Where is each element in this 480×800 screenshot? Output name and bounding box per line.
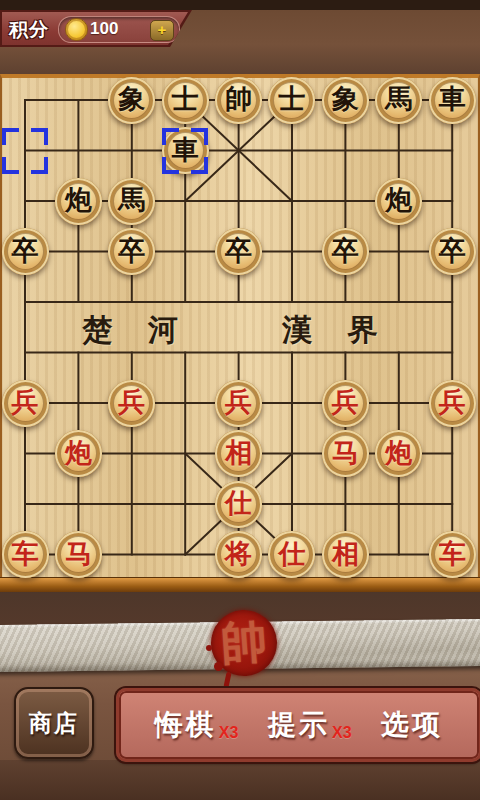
piece-glyph: 车 — [12, 536, 39, 572]
piece-black-車[interactable]: 車 — [429, 77, 476, 124]
piece-red-兵[interactable]: 兵 — [108, 380, 155, 427]
piece-glyph: 卒 — [332, 233, 359, 269]
seal-ink-drip — [214, 662, 223, 671]
score-panel: 100 + — [58, 16, 180, 43]
piece-glyph: 兵 — [332, 384, 359, 420]
piece-glyph: 仕 — [225, 485, 252, 521]
piece-red-相[interactable]: 相 — [215, 430, 262, 477]
wood-plank-bottom — [0, 760, 480, 800]
piece-glyph: 炮 — [65, 182, 92, 218]
score-value: 100 — [90, 19, 118, 39]
hint-label: 提示 — [268, 706, 330, 744]
piece-black-帥[interactable]: 帥 — [215, 77, 262, 124]
piece-glyph: 兵 — [439, 384, 466, 420]
piece-red-马[interactable]: 马 — [322, 430, 369, 477]
piece-black-馬[interactable]: 馬 — [108, 178, 155, 225]
piece-black-士[interactable]: 士 — [162, 77, 209, 124]
piece-glyph: 馬 — [118, 182, 145, 218]
board-bottom-ledge — [0, 577, 480, 592]
piece-glyph: 象 — [118, 81, 145, 117]
piece-black-馬[interactable]: 馬 — [375, 77, 422, 124]
piece-glyph: 卒 — [118, 233, 145, 269]
piece-black-卒[interactable]: 卒 — [429, 228, 476, 275]
piece-glyph: 帥 — [225, 81, 252, 117]
piece-black-炮[interactable]: 炮 — [375, 178, 422, 225]
hint-count-badge: X3 — [332, 724, 352, 742]
piece-black-卒[interactable]: 卒 — [322, 228, 369, 275]
piece-glyph: 士 — [278, 81, 305, 117]
piece-red-兵[interactable]: 兵 — [2, 380, 49, 427]
shop-button-label: 商店 — [29, 708, 79, 739]
piece-glyph: 将 — [225, 536, 252, 572]
piece-glyph: 馬 — [385, 81, 412, 117]
score-label: 积分 — [9, 17, 49, 43]
piece-glyph: 卒 — [12, 233, 39, 269]
piece-black-卒[interactable]: 卒 — [2, 228, 49, 275]
piece-glyph: 车 — [439, 536, 466, 572]
piece-layer: 象士帥士象馬車車炮馬炮卒卒卒卒卒兵兵兵兵兵炮相马炮仕车马将仕相车 — [0, 75, 479, 580]
piece-red-仕[interactable]: 仕 — [215, 481, 262, 528]
shop-button[interactable]: 商店 — [14, 687, 94, 759]
piece-glyph: 兵 — [225, 384, 252, 420]
piece-glyph: 仕 — [278, 536, 305, 572]
piece-glyph: 马 — [332, 435, 359, 471]
piece-glyph: 車 — [439, 81, 466, 117]
piece-glyph: 卒 — [225, 233, 252, 269]
piece-glyph: 象 — [332, 81, 359, 117]
piece-red-车[interactable]: 车 — [429, 531, 476, 578]
score-banner: 积分 100 + — [0, 10, 192, 47]
action-menu: 悔棋 X3 提示 X3 选项 — [116, 688, 480, 762]
piece-glyph: 兵 — [12, 384, 39, 420]
piece-glyph: 兵 — [118, 384, 145, 420]
piece-black-卒[interactable]: 卒 — [215, 228, 262, 275]
piece-black-象[interactable]: 象 — [322, 77, 369, 124]
undo-count-badge: X3 — [219, 724, 239, 742]
xiangqi-board[interactable]: 楚 河 漢 界 象士帥士象馬車車炮馬炮卒卒卒卒卒兵兵兵兵兵炮相马炮仕车马将仕相车 — [0, 74, 480, 592]
piece-glyph: 士 — [172, 81, 199, 117]
options-label: 选项 — [381, 706, 443, 744]
piece-glyph: 卒 — [439, 233, 466, 269]
piece-glyph: 相 — [225, 435, 252, 471]
piece-red-仕[interactable]: 仕 — [268, 531, 315, 578]
piece-red-兵[interactable]: 兵 — [322, 380, 369, 427]
gold-coin-icon — [65, 18, 88, 41]
hint-button[interactable]: 提示 X3 — [268, 706, 352, 744]
add-coins-button[interactable]: + — [150, 20, 174, 41]
piece-red-兵[interactable]: 兵 — [215, 380, 262, 427]
seal-character: 帥 — [219, 610, 269, 675]
piece-glyph: 马 — [65, 536, 92, 572]
piece-black-士[interactable]: 士 — [268, 77, 315, 124]
piece-red-炮[interactable]: 炮 — [55, 430, 102, 477]
piece-red-将[interactable]: 将 — [215, 531, 262, 578]
piece-red-相[interactable]: 相 — [322, 531, 369, 578]
piece-black-炮[interactable]: 炮 — [55, 178, 102, 225]
piece-red-炮[interactable]: 炮 — [375, 430, 422, 477]
piece-black-卒[interactable]: 卒 — [108, 228, 155, 275]
piece-glyph: 炮 — [385, 435, 412, 471]
undo-button[interactable]: 悔棋 X3 — [155, 706, 239, 744]
piece-red-车[interactable]: 车 — [2, 531, 49, 578]
seal-ink-drip — [206, 645, 212, 651]
piece-glyph: 炮 — [65, 435, 92, 471]
piece-red-马[interactable]: 马 — [55, 531, 102, 578]
game-screen: 帥 楚 河 漢 界 象士帥士象馬車車炮馬炮卒卒卒卒卒兵兵兵兵兵炮相马炮仕车马将仕… — [0, 0, 480, 800]
piece-glyph: 車 — [172, 132, 199, 168]
piece-red-兵[interactable]: 兵 — [429, 380, 476, 427]
piece-black-車[interactable]: 車 — [162, 127, 209, 174]
piece-black-象[interactable]: 象 — [108, 77, 155, 124]
undo-label: 悔棋 — [155, 706, 217, 744]
piece-glyph: 相 — [332, 536, 359, 572]
piece-glyph: 炮 — [385, 182, 412, 218]
options-button[interactable]: 选项 — [381, 706, 443, 744]
